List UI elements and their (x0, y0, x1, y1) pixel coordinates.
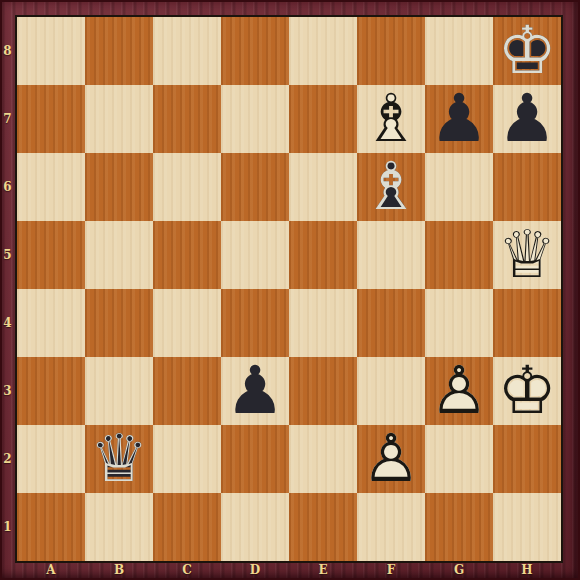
square-d3[interactable]: ♟♙ (221, 357, 289, 425)
square-e3[interactable] (289, 357, 357, 425)
square-e2[interactable] (289, 425, 357, 493)
piece-black-bishop[interactable]: ♝♗ (357, 153, 425, 221)
square-b7[interactable] (85, 85, 153, 153)
square-d1[interactable] (221, 493, 289, 561)
square-a1[interactable] (17, 493, 85, 561)
rank-label-4: 4 (0, 289, 15, 357)
file-label-e: E (289, 563, 357, 580)
square-b8[interactable] (85, 17, 153, 85)
square-h8[interactable]: ♚♔ (493, 17, 561, 85)
rank-label-3: 3 (0, 357, 15, 425)
square-f6[interactable]: ♝♗ (357, 153, 425, 221)
square-a4[interactable] (17, 289, 85, 357)
square-a7[interactable] (17, 85, 85, 153)
square-g5[interactable] (425, 221, 493, 289)
square-d4[interactable] (221, 289, 289, 357)
white-bishop-glyph: ♝ (357, 85, 425, 153)
square-c4[interactable] (153, 289, 221, 357)
square-e5[interactable] (289, 221, 357, 289)
black-queen-glyph: ♛ (85, 425, 153, 493)
black-pawn-glyph: ♟ (493, 85, 561, 153)
square-d7[interactable] (221, 85, 289, 153)
rank-label-7: 7 (0, 85, 15, 153)
square-b2[interactable]: ♛♕ (85, 425, 153, 493)
square-h7[interactable]: ♟♙ (493, 85, 561, 153)
square-b4[interactable] (85, 289, 153, 357)
chess-board-window: ♚♔♝♗♟♙♟♙♝♗♛♕♟♙♟♙♚♔♛♕♟♙ ABCDEFGH12345678 (0, 0, 580, 580)
square-h1[interactable] (493, 493, 561, 561)
square-c6[interactable] (153, 153, 221, 221)
white-bishop-outline: ♗ (357, 85, 425, 153)
square-b3[interactable] (85, 357, 153, 425)
square-g3[interactable]: ♟♙ (425, 357, 493, 425)
white-queen-outline: ♕ (493, 221, 561, 289)
black-pawn-glyph: ♟ (221, 357, 289, 425)
square-g7[interactable]: ♟♙ (425, 85, 493, 153)
square-f4[interactable] (357, 289, 425, 357)
piece-black-pawn[interactable]: ♟♙ (425, 85, 493, 153)
black-queen-outline: ♕ (85, 425, 153, 493)
piece-white-queen[interactable]: ♛♕ (493, 221, 561, 289)
piece-white-pawn[interactable]: ♟♙ (357, 425, 425, 493)
white-king-glyph: ♚ (493, 357, 561, 425)
square-h4[interactable] (493, 289, 561, 357)
square-c1[interactable] (153, 493, 221, 561)
square-f1[interactable] (357, 493, 425, 561)
square-a8[interactable] (17, 17, 85, 85)
square-a6[interactable] (17, 153, 85, 221)
square-f2[interactable]: ♟♙ (357, 425, 425, 493)
square-c8[interactable] (153, 17, 221, 85)
square-d8[interactable] (221, 17, 289, 85)
file-label-a: A (17, 563, 85, 580)
file-label-f: F (357, 563, 425, 580)
file-label-h: H (493, 563, 561, 580)
file-label-g: G (425, 563, 493, 580)
white-pawn-glyph: ♟ (357, 425, 425, 493)
square-e1[interactable] (289, 493, 357, 561)
file-label-c: C (153, 563, 221, 580)
square-e6[interactable] (289, 153, 357, 221)
square-e7[interactable] (289, 85, 357, 153)
square-g6[interactable] (425, 153, 493, 221)
square-c2[interactable] (153, 425, 221, 493)
square-f3[interactable] (357, 357, 425, 425)
white-queen-glyph: ♛ (493, 221, 561, 289)
square-a5[interactable] (17, 221, 85, 289)
file-label-b: B (85, 563, 153, 580)
file-label-d: D (221, 563, 289, 580)
white-pawn-glyph: ♟ (425, 357, 493, 425)
piece-white-bishop[interactable]: ♝♗ (357, 85, 425, 153)
square-d2[interactable] (221, 425, 289, 493)
rank-label-8: 8 (0, 17, 15, 85)
rank-label-5: 5 (0, 221, 15, 289)
square-d6[interactable] (221, 153, 289, 221)
black-king-glyph: ♚ (493, 17, 561, 85)
rank-label-1: 1 (0, 493, 15, 561)
square-g4[interactable] (425, 289, 493, 357)
square-f8[interactable] (357, 17, 425, 85)
square-e4[interactable] (289, 289, 357, 357)
square-h6[interactable] (493, 153, 561, 221)
square-b5[interactable] (85, 221, 153, 289)
black-bishop-glyph: ♝ (357, 153, 425, 221)
rank-label-2: 2 (0, 425, 15, 493)
black-king-outline: ♔ (493, 17, 561, 85)
square-c7[interactable] (153, 85, 221, 153)
chess-board: ♚♔♝♗♟♙♟♙♝♗♛♕♟♙♟♙♚♔♛♕♟♙ (15, 15, 563, 563)
square-g1[interactable] (425, 493, 493, 561)
white-pawn-outline: ♙ (357, 425, 425, 493)
piece-white-pawn[interactable]: ♟♙ (425, 357, 493, 425)
square-e8[interactable] (289, 17, 357, 85)
piece-black-pawn[interactable]: ♟♙ (493, 85, 561, 153)
square-g2[interactable] (425, 425, 493, 493)
square-g8[interactable] (425, 17, 493, 85)
white-king-outline: ♔ (493, 357, 561, 425)
square-b6[interactable] (85, 153, 153, 221)
black-pawn-glyph: ♟ (425, 85, 493, 153)
white-pawn-outline: ♙ (425, 357, 493, 425)
square-h2[interactable] (493, 425, 561, 493)
square-f5[interactable] (357, 221, 425, 289)
square-h3[interactable]: ♚♔ (493, 357, 561, 425)
black-bishop-outline: ♗ (357, 153, 425, 221)
rank-label-6: 6 (0, 153, 15, 221)
square-f7[interactable]: ♝♗ (357, 85, 425, 153)
square-c5[interactable] (153, 221, 221, 289)
square-h5[interactable]: ♛♕ (493, 221, 561, 289)
square-b1[interactable] (85, 493, 153, 561)
piece-black-queen[interactable]: ♛♕ (85, 425, 153, 493)
piece-white-king[interactable]: ♚♔ (493, 357, 561, 425)
square-a3[interactable] (17, 357, 85, 425)
square-d5[interactable] (221, 221, 289, 289)
piece-black-pawn[interactable]: ♟♙ (221, 357, 289, 425)
square-c3[interactable] (153, 357, 221, 425)
piece-black-king[interactable]: ♚♔ (493, 17, 561, 85)
square-a2[interactable] (17, 425, 85, 493)
